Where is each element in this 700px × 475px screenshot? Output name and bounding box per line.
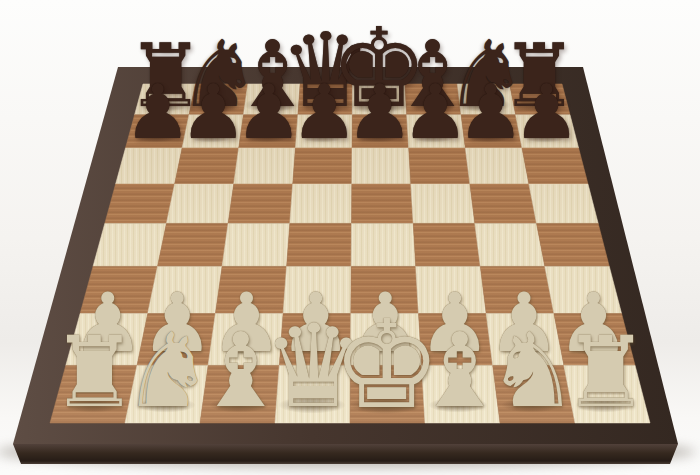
board-front-edge: [13, 444, 678, 464]
board-sheen: [50, 84, 650, 423]
photo-scene: ♜♞♝♛♚♝♞♜♟♟♟♟♟♟♟♟♟♟♟♟♟♟♟♟♜♞♝♛♚♝♞♜: [0, 0, 700, 475]
chess-board: [0, 0, 700, 475]
